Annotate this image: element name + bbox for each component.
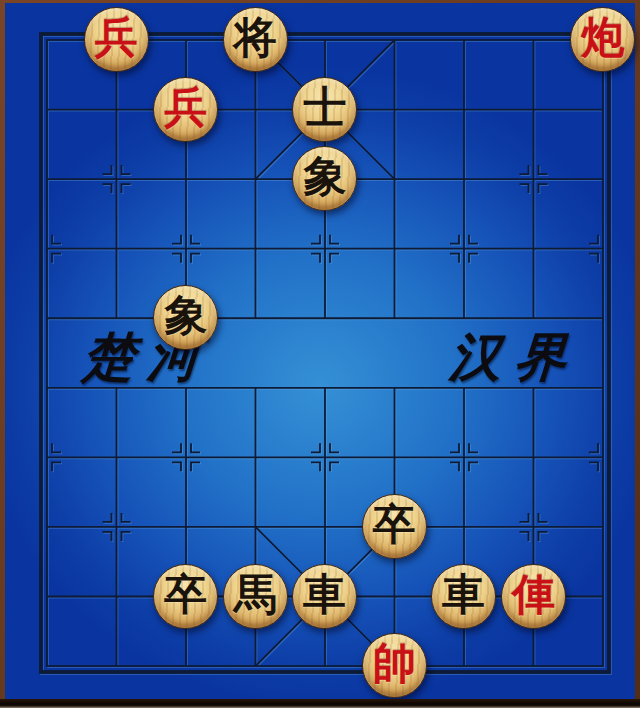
piece-black-chariot[interactable]: 車	[292, 564, 357, 629]
pieces-grid: 兵将炮兵士象象卒卒馬車車俥帥	[12, 5, 638, 701]
piece-glyph: 卒	[373, 503, 416, 546]
piece-black-advisor[interactable]: 士	[292, 77, 357, 142]
piece-red-soldier[interactable]: 兵	[153, 77, 218, 142]
piece-red-general[interactable]: 帥	[362, 633, 427, 698]
piece-glyph: 卒	[164, 573, 207, 616]
board-frame: 楚河 汉界 兵将炮兵士象象卒卒馬車車俥帥	[0, 0, 640, 708]
piece-glyph: 馬	[234, 573, 277, 616]
piece-red-cannon[interactable]: 炮	[570, 7, 635, 72]
piece-glyph: 車	[442, 573, 485, 616]
piece-black-elephant[interactable]: 象	[292, 146, 357, 211]
piece-black-soldier[interactable]: 卒	[153, 564, 218, 629]
piece-glyph: 象	[303, 155, 346, 198]
piece-glyph: 将	[234, 16, 277, 59]
piece-black-chariot[interactable]: 車	[431, 564, 496, 629]
piece-glyph: 象	[164, 294, 207, 337]
piece-black-general[interactable]: 将	[223, 7, 288, 72]
piece-glyph: 士	[303, 86, 346, 129]
board-bottom-edge	[0, 699, 640, 708]
piece-red-soldier[interactable]: 兵	[84, 7, 149, 72]
piece-red-chariot[interactable]: 俥	[501, 564, 566, 629]
xiangqi-board[interactable]: 楚河 汉界 兵将炮兵士象象卒卒馬車車俥帥	[5, 3, 635, 700]
piece-glyph: 兵	[95, 16, 138, 59]
piece-glyph: 兵	[164, 86, 207, 129]
piece-glyph: 帥	[373, 642, 416, 685]
piece-glyph: 車	[303, 573, 346, 616]
piece-black-elephant[interactable]: 象	[153, 285, 218, 350]
piece-black-soldier[interactable]: 卒	[362, 494, 427, 559]
piece-glyph: 俥	[512, 573, 555, 616]
piece-glyph: 炮	[581, 16, 624, 59]
piece-black-horse[interactable]: 馬	[223, 564, 288, 629]
